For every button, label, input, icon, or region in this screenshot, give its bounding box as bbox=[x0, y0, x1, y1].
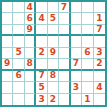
cell-r2c5[interactable]: 5 bbox=[48, 13, 59, 24]
cell-r8c2[interactable] bbox=[13, 82, 24, 93]
cell-r7c3[interactable] bbox=[25, 71, 36, 82]
cell-r7c9[interactable] bbox=[94, 71, 105, 82]
cell-r1c4[interactable] bbox=[36, 2, 47, 13]
cell-r4c4[interactable] bbox=[36, 36, 47, 47]
cell-r3c9[interactable]: 7 bbox=[94, 25, 105, 36]
cell-r9c9[interactable] bbox=[94, 94, 105, 105]
cell-r7c1[interactable] bbox=[2, 71, 13, 82]
cell-r2c2[interactable] bbox=[13, 13, 24, 24]
cell-r2c4[interactable]: 4 bbox=[36, 13, 47, 24]
cell-r9c5[interactable]: 2 bbox=[48, 94, 59, 105]
cell-r4c8[interactable] bbox=[82, 36, 93, 47]
cell-r7c5[interactable]: 8 bbox=[48, 71, 59, 82]
cell-r6c1[interactable]: 9 bbox=[2, 59, 13, 70]
cell-r4c3[interactable] bbox=[25, 36, 36, 47]
cell-r8c4[interactable]: 5 bbox=[36, 82, 47, 93]
cell-r5c5[interactable]: 9 bbox=[48, 48, 59, 59]
cell-r5c6[interactable] bbox=[59, 48, 70, 59]
cell-r4c7[interactable] bbox=[71, 36, 82, 47]
cell-r1c9[interactable] bbox=[94, 2, 105, 13]
cell-r7c6[interactable] bbox=[59, 71, 70, 82]
cell-r6c3[interactable]: 8 bbox=[25, 59, 36, 70]
cell-r5c4[interactable]: 2 bbox=[36, 48, 47, 59]
cell-r3c4[interactable] bbox=[36, 25, 47, 36]
cell-r8c5[interactable] bbox=[48, 82, 59, 93]
cell-r8c8[interactable] bbox=[82, 82, 93, 93]
cell-r8c3[interactable] bbox=[25, 82, 36, 93]
cell-r8c9[interactable]: 4 bbox=[94, 82, 105, 93]
cell-r4c5[interactable] bbox=[48, 36, 59, 47]
cell-r9c4[interactable]: 3 bbox=[36, 94, 47, 105]
cell-r6c7[interactable]: 7 bbox=[71, 59, 82, 70]
cell-r9c8[interactable]: 1 bbox=[82, 94, 93, 105]
cell-r7c4[interactable]: 7 bbox=[36, 71, 47, 82]
cell-r5c8[interactable]: 6 bbox=[82, 48, 93, 59]
cell-r3c6[interactable] bbox=[59, 25, 70, 36]
cell-r7c7[interactable] bbox=[71, 71, 82, 82]
cell-r1c1[interactable] bbox=[2, 2, 13, 13]
cell-r3c2[interactable] bbox=[13, 25, 24, 36]
cell-r7c2[interactable]: 6 bbox=[13, 71, 24, 82]
cell-r9c7[interactable] bbox=[71, 94, 82, 105]
cell-r5c2[interactable]: 5 bbox=[13, 48, 24, 59]
cell-r8c1[interactable] bbox=[2, 82, 13, 93]
cell-r3c1[interactable] bbox=[2, 25, 13, 36]
cell-r2c6[interactable] bbox=[59, 13, 70, 24]
cell-r7c8[interactable] bbox=[82, 71, 93, 82]
cell-r9c1[interactable] bbox=[2, 94, 13, 105]
cell-r9c3[interactable] bbox=[25, 94, 36, 105]
cell-r1c6[interactable]: 7 bbox=[59, 2, 70, 13]
cell-r2c1[interactable] bbox=[2, 13, 13, 24]
cell-r2c8[interactable] bbox=[82, 13, 93, 24]
cell-r3c5[interactable] bbox=[48, 25, 59, 36]
cell-r1c7[interactable] bbox=[71, 2, 82, 13]
cell-r3c8[interactable] bbox=[82, 25, 93, 36]
cell-r2c7[interactable] bbox=[71, 13, 82, 24]
cell-r8c6[interactable] bbox=[59, 82, 70, 93]
cell-r3c3[interactable]: 9 bbox=[25, 25, 36, 36]
sudoku-board: 47645197529639872678534321 bbox=[0, 0, 107, 107]
cell-r1c8[interactable] bbox=[82, 2, 93, 13]
cell-r4c6[interactable] bbox=[59, 36, 70, 47]
cell-r6c2[interactable] bbox=[13, 59, 24, 70]
cell-r6c9[interactable]: 2 bbox=[94, 59, 105, 70]
cell-r4c1[interactable] bbox=[2, 36, 13, 47]
cell-r1c5[interactable] bbox=[48, 2, 59, 13]
cell-r6c6[interactable] bbox=[59, 59, 70, 70]
cell-r9c6[interactable] bbox=[59, 94, 70, 105]
cell-r6c5[interactable] bbox=[48, 59, 59, 70]
cell-r1c2[interactable] bbox=[13, 2, 24, 13]
cell-r3c7[interactable] bbox=[71, 25, 82, 36]
cell-r1c3[interactable]: 4 bbox=[25, 2, 36, 13]
cell-r4c2[interactable] bbox=[13, 36, 24, 47]
cell-r8c7[interactable]: 3 bbox=[71, 82, 82, 93]
cell-r6c8[interactable] bbox=[82, 59, 93, 70]
cell-r9c2[interactable] bbox=[13, 94, 24, 105]
cell-r4c9[interactable] bbox=[94, 36, 105, 47]
cell-r6c4[interactable] bbox=[36, 59, 47, 70]
